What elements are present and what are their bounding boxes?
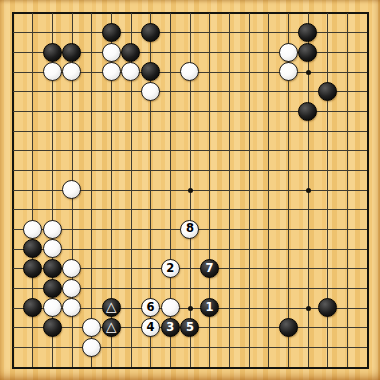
- triangle-mark: △: [106, 320, 116, 334]
- move-number: 2: [166, 262, 174, 274]
- black-stone[interactable]: [62, 43, 81, 62]
- black-stone[interactable]: [298, 43, 317, 62]
- board-intersection[interactable]: [121, 42, 141, 62]
- black-stone[interactable]: [23, 298, 42, 317]
- white-stone-move-6[interactable]: 6: [141, 298, 160, 317]
- black-stone[interactable]: [23, 239, 42, 258]
- black-stone[interactable]: [141, 23, 160, 42]
- board-intersection[interactable]: [141, 62, 161, 82]
- board-intersection[interactable]: [42, 298, 62, 318]
- board-intersection[interactable]: 8: [180, 219, 200, 239]
- black-stone[interactable]: [43, 259, 62, 278]
- board-intersection[interactable]: [82, 318, 102, 338]
- board-intersection[interactable]: [62, 42, 82, 62]
- black-stone[interactable]: [298, 23, 317, 42]
- black-stone[interactable]: [298, 102, 317, 121]
- white-stone[interactable]: [62, 62, 81, 81]
- move-number: 4: [147, 321, 155, 333]
- board-intersection[interactable]: [101, 42, 121, 62]
- board-intersection[interactable]: [101, 62, 121, 82]
- white-stone[interactable]: [43, 62, 62, 81]
- white-stone[interactable]: [102, 43, 121, 62]
- white-stone[interactable]: [82, 338, 101, 357]
- board-intersection[interactable]: [278, 318, 298, 338]
- board-intersection[interactable]: [121, 62, 141, 82]
- board-intersection[interactable]: [62, 259, 82, 279]
- board-intersection[interactable]: [141, 23, 161, 43]
- black-stone[interactable]: [318, 82, 337, 101]
- board-intersection[interactable]: [278, 62, 298, 82]
- white-stone[interactable]: [279, 43, 298, 62]
- black-stone[interactable]: [43, 43, 62, 62]
- black-stone-move-5[interactable]: 5: [180, 318, 199, 337]
- black-stone[interactable]: [121, 43, 140, 62]
- board-intersection[interactable]: [298, 101, 318, 121]
- board-intersection[interactable]: [180, 62, 200, 82]
- white-stone[interactable]: [279, 62, 298, 81]
- white-stone[interactable]: [161, 298, 180, 317]
- white-stone[interactable]: [62, 180, 81, 199]
- board-intersection[interactable]: [318, 82, 338, 102]
- black-stone[interactable]: [43, 318, 62, 337]
- black-stone[interactable]: [43, 279, 62, 298]
- move-number: 8: [186, 223, 194, 235]
- white-stone[interactable]: [23, 220, 42, 239]
- white-stone[interactable]: [62, 298, 81, 317]
- board-intersection[interactable]: [23, 239, 43, 259]
- black-stone[interactable]: [318, 298, 337, 317]
- white-stone[interactable]: [82, 318, 101, 337]
- board-intersection[interactable]: 2: [160, 259, 180, 279]
- black-stone-move-3[interactable]: 3: [161, 318, 180, 337]
- board-intersection[interactable]: [82, 337, 102, 357]
- white-stone[interactable]: [43, 298, 62, 317]
- board-intersection[interactable]: 6: [141, 298, 161, 318]
- board-intersection[interactable]: [42, 318, 62, 338]
- black-stone-move-7[interactable]: 7: [200, 259, 219, 278]
- board-intersection[interactable]: [278, 42, 298, 62]
- black-stone-triangle[interactable]: △: [102, 298, 121, 317]
- board-intersection[interactable]: [42, 219, 62, 239]
- stones-layer: 827△61△435: [3, 3, 376, 376]
- move-number: 3: [166, 321, 174, 333]
- triangle-mark: △: [106, 300, 116, 314]
- white-stone[interactable]: [43, 239, 62, 258]
- black-stone[interactable]: [141, 62, 160, 81]
- board-intersection[interactable]: [62, 298, 82, 318]
- board-intersection[interactable]: 3: [160, 318, 180, 338]
- board-intersection[interactable]: 5: [180, 318, 200, 338]
- board-intersection[interactable]: 1: [200, 298, 220, 318]
- white-stone[interactable]: [121, 62, 140, 81]
- white-stone-move-8[interactable]: 8: [180, 220, 199, 239]
- white-stone[interactable]: [62, 259, 81, 278]
- board-intersection[interactable]: [62, 62, 82, 82]
- white-stone[interactable]: [180, 62, 199, 81]
- black-stone-triangle[interactable]: △: [102, 318, 121, 337]
- board-intersection[interactable]: [298, 42, 318, 62]
- go-board[interactable]: 827△61△435: [0, 0, 380, 380]
- board-intersection[interactable]: [42, 278, 62, 298]
- board-intersection[interactable]: [101, 23, 121, 43]
- black-stone-move-1[interactable]: 1: [200, 298, 219, 317]
- board-intersection[interactable]: △: [101, 298, 121, 318]
- move-number: 6: [147, 302, 155, 314]
- white-stone[interactable]: [43, 220, 62, 239]
- board-intersection[interactable]: 4: [141, 318, 161, 338]
- board-intersection[interactable]: [42, 239, 62, 259]
- board-intersection[interactable]: [318, 298, 338, 318]
- board-intersection[interactable]: [42, 259, 62, 279]
- board-intersection[interactable]: [42, 62, 62, 82]
- board-intersection[interactable]: [298, 23, 318, 43]
- black-stone[interactable]: [279, 318, 298, 337]
- white-stone-move-4[interactable]: 4: [141, 318, 160, 337]
- black-stone[interactable]: [102, 23, 121, 42]
- white-stone[interactable]: [141, 82, 160, 101]
- board-intersection[interactable]: [42, 42, 62, 62]
- board-intersection[interactable]: △: [101, 318, 121, 338]
- white-stone[interactable]: [102, 62, 121, 81]
- move-number: 5: [186, 321, 194, 333]
- white-stone[interactable]: [62, 279, 81, 298]
- board-intersection[interactable]: [62, 180, 82, 200]
- move-number: 7: [206, 262, 214, 274]
- board-intersection[interactable]: [141, 82, 161, 102]
- black-stone[interactable]: [23, 259, 42, 278]
- board-intersection[interactable]: 7: [200, 259, 220, 279]
- board-intersection[interactable]: [23, 298, 43, 318]
- white-stone-move-2[interactable]: 2: [161, 259, 180, 278]
- move-number: 1: [206, 302, 214, 314]
- board-intersection[interactable]: [23, 219, 43, 239]
- board-intersection[interactable]: [23, 259, 43, 279]
- board-intersection[interactable]: [62, 278, 82, 298]
- board-intersection[interactable]: [160, 298, 180, 318]
